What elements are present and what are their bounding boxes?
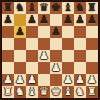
square-b3[interactable] bbox=[14, 62, 26, 74]
black-pawn[interactable]: ♟ bbox=[3, 14, 13, 26]
square-a4[interactable] bbox=[2, 50, 14, 62]
square-g4[interactable] bbox=[74, 50, 86, 62]
white-pawn[interactable]: ♟ bbox=[27, 74, 37, 86]
square-f1[interactable]: ♝ bbox=[62, 86, 74, 98]
square-g5[interactable] bbox=[74, 38, 86, 50]
black-king[interactable]: ♚ bbox=[51, 2, 61, 14]
square-c4[interactable] bbox=[26, 50, 38, 62]
square-h8[interactable]: ♜ bbox=[86, 2, 98, 14]
black-rook[interactable]: ♜ bbox=[3, 2, 13, 14]
square-f4[interactable] bbox=[62, 50, 74, 62]
black-bishop[interactable]: ♝ bbox=[27, 2, 37, 14]
white-pawn[interactable]: ♟ bbox=[15, 74, 25, 86]
chess-board: ♜♞♝♛♚♝♞♜♟♟♟♟♟♟♟♟♟♟♟♟♟♟♟♟♜♞♝♛♚♝♞♜ bbox=[1, 1, 99, 99]
square-g6[interactable] bbox=[74, 26, 86, 38]
square-c1[interactable]: ♝ bbox=[26, 86, 38, 98]
white-queen[interactable]: ♛ bbox=[39, 86, 49, 98]
square-g1[interactable]: ♞ bbox=[74, 86, 86, 98]
white-rook[interactable]: ♜ bbox=[87, 86, 97, 98]
square-a6[interactable] bbox=[2, 26, 14, 38]
square-d3[interactable] bbox=[38, 62, 50, 74]
black-pawn[interactable]: ♟ bbox=[51, 26, 61, 38]
black-pawn[interactable]: ♟ bbox=[39, 14, 49, 26]
square-e3[interactable]: ♟ bbox=[50, 62, 62, 74]
white-knight[interactable]: ♞ bbox=[75, 86, 85, 98]
square-b4[interactable] bbox=[14, 50, 26, 62]
square-e2[interactable] bbox=[50, 74, 62, 86]
square-d2[interactable] bbox=[38, 74, 50, 86]
square-h1[interactable]: ♜ bbox=[86, 86, 98, 98]
black-bishop[interactable]: ♝ bbox=[63, 2, 73, 14]
square-h2[interactable]: ♟ bbox=[86, 74, 98, 86]
square-a3[interactable] bbox=[2, 62, 14, 74]
square-e6[interactable]: ♟ bbox=[50, 26, 62, 38]
white-pawn[interactable]: ♟ bbox=[75, 74, 85, 86]
black-pawn[interactable]: ♟ bbox=[27, 14, 37, 26]
white-pawn[interactable]: ♟ bbox=[39, 50, 49, 62]
square-h6[interactable] bbox=[86, 26, 98, 38]
square-f2[interactable]: ♟ bbox=[62, 74, 74, 86]
white-rook[interactable]: ♜ bbox=[3, 86, 13, 98]
white-bishop[interactable]: ♝ bbox=[63, 86, 73, 98]
black-pawn[interactable]: ♟ bbox=[63, 14, 73, 26]
white-pawn[interactable]: ♟ bbox=[63, 74, 73, 86]
black-knight[interactable]: ♞ bbox=[75, 2, 85, 14]
white-pawn[interactable]: ♟ bbox=[87, 74, 97, 86]
square-a2[interactable]: ♟ bbox=[2, 74, 14, 86]
square-g3[interactable] bbox=[74, 62, 86, 74]
square-c2[interactable]: ♟ bbox=[26, 74, 38, 86]
square-a7[interactable]: ♟ bbox=[2, 14, 14, 26]
square-c5[interactable] bbox=[26, 38, 38, 50]
square-b8[interactable]: ♞ bbox=[14, 2, 26, 14]
square-f6[interactable] bbox=[62, 26, 74, 38]
square-b5[interactable] bbox=[14, 38, 26, 50]
square-a5[interactable] bbox=[2, 38, 14, 50]
square-d4[interactable]: ♟ bbox=[38, 50, 50, 62]
black-rook[interactable]: ♜ bbox=[87, 2, 97, 14]
square-g2[interactable]: ♟ bbox=[74, 74, 86, 86]
white-knight[interactable]: ♞ bbox=[15, 86, 25, 98]
square-d5[interactable] bbox=[38, 38, 50, 50]
black-pawn[interactable]: ♟ bbox=[87, 14, 97, 26]
square-f5[interactable] bbox=[62, 38, 74, 50]
square-e7[interactable] bbox=[50, 14, 62, 26]
white-pawn[interactable]: ♟ bbox=[3, 74, 13, 86]
square-e4[interactable] bbox=[50, 50, 62, 62]
square-h3[interactable] bbox=[86, 62, 98, 74]
square-e1[interactable]: ♚ bbox=[50, 86, 62, 98]
white-bishop[interactable]: ♝ bbox=[27, 86, 37, 98]
chess-app-window: ♜♞♝♛♚♝♞♜♟♟♟♟♟♟♟♟♟♟♟♟♟♟♟♟♜♞♝♛♚♝♞♜ bbox=[0, 0, 100, 100]
white-pawn[interactable]: ♟ bbox=[51, 62, 61, 74]
square-h4[interactable] bbox=[86, 50, 98, 62]
square-f3[interactable] bbox=[62, 62, 74, 74]
square-h5[interactable] bbox=[86, 38, 98, 50]
square-d1[interactable]: ♛ bbox=[38, 86, 50, 98]
square-c3[interactable] bbox=[26, 62, 38, 74]
square-f8[interactable]: ♝ bbox=[62, 2, 74, 14]
square-c6[interactable] bbox=[26, 26, 38, 38]
square-g7[interactable]: ♟ bbox=[74, 14, 86, 26]
square-c7[interactable]: ♟ bbox=[26, 14, 38, 26]
square-c8[interactable]: ♝ bbox=[26, 2, 38, 14]
square-a1[interactable]: ♜ bbox=[2, 86, 14, 98]
square-e8[interactable]: ♚ bbox=[50, 2, 62, 14]
square-b1[interactable]: ♞ bbox=[14, 86, 26, 98]
black-knight[interactable]: ♞ bbox=[15, 2, 25, 14]
square-b6[interactable]: ♟ bbox=[14, 26, 26, 38]
square-d8[interactable]: ♛ bbox=[38, 2, 50, 14]
square-b7[interactable] bbox=[14, 14, 26, 26]
black-queen[interactable]: ♛ bbox=[39, 2, 49, 14]
square-b2[interactable]: ♟ bbox=[14, 74, 26, 86]
black-pawn[interactable]: ♟ bbox=[15, 26, 25, 38]
square-f7[interactable]: ♟ bbox=[62, 14, 74, 26]
square-d7[interactable]: ♟ bbox=[38, 14, 50, 26]
white-king[interactable]: ♚ bbox=[51, 86, 61, 98]
square-h7[interactable]: ♟ bbox=[86, 14, 98, 26]
square-g8[interactable]: ♞ bbox=[74, 2, 86, 14]
square-a8[interactable]: ♜ bbox=[2, 2, 14, 14]
black-pawn[interactable]: ♟ bbox=[75, 14, 85, 26]
square-d6[interactable] bbox=[38, 26, 50, 38]
square-e5[interactable] bbox=[50, 38, 62, 50]
